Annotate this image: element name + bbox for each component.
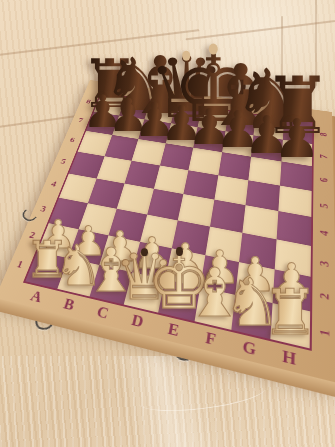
file-label-c: C [95, 303, 110, 321]
scene: ABCDEFGH8765432187654321 ♜♞♝♛♚♝♞♜♟♟♟♟♟♟♟… [0, 0, 335, 447]
rank-label-right-2: 2 [318, 292, 331, 301]
rank-label-right-1: 1 [318, 328, 332, 337]
file-label-g: G [242, 337, 257, 357]
file-label-h: H [282, 347, 297, 368]
rank-label-left-5: 5 [60, 157, 68, 165]
piece-white-rook-h1[interactable]: ♜ [262, 281, 318, 344]
white-royal-finial-icon [176, 247, 183, 256]
rank-label-left-4: 4 [50, 179, 58, 188]
file-label-b: B [62, 295, 77, 312]
rank-label-right-5: 5 [318, 202, 329, 208]
rank-label-left-6: 6 [69, 136, 76, 144]
piece-black-pawn-h7[interactable]: ♟ [273, 112, 321, 165]
rank-label-right-3: 3 [318, 260, 330, 268]
file-label-a: A [29, 288, 45, 305]
rank-label-right-6: 6 [318, 177, 329, 183]
rank-label-right-4: 4 [318, 230, 330, 237]
